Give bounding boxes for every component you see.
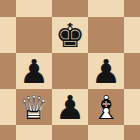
black-pawn-b[interactable]: ♟	[88, 53, 124, 89]
square[interactable]: ♚	[52, 17, 88, 53]
white-queen[interactable]: ♛♕	[16, 89, 52, 125]
black-pawn-c[interactable]: ♟	[52, 89, 88, 125]
black-pawn-c-glyph: ♟	[52, 89, 88, 125]
square[interactable]	[52, 0, 88, 17]
white-bishop[interactable]: ♝♗	[88, 89, 124, 125]
black-pawn-a-glyph: ♟	[16, 53, 52, 89]
chess-board: ♚♟♟♛♕♟♝♗	[0, 0, 140, 140]
black-pawn-a[interactable]: ♟	[16, 53, 52, 89]
square[interactable]	[124, 0, 140, 17]
square[interactable]	[52, 53, 88, 89]
black-king-glyph: ♚	[52, 17, 88, 53]
black-king[interactable]: ♚	[52, 17, 88, 53]
square[interactable]	[124, 89, 140, 125]
square[interactable]	[16, 0, 52, 17]
square[interactable]	[0, 89, 16, 125]
square[interactable]: ♟	[88, 53, 124, 89]
square[interactable]	[0, 125, 16, 140]
square[interactable]	[124, 17, 140, 53]
square[interactable]	[88, 125, 124, 140]
square[interactable]	[124, 125, 140, 140]
square[interactable]	[0, 53, 16, 89]
square[interactable]	[124, 53, 140, 89]
board-grid: ♚♟♟♛♕♟♝♗	[0, 0, 140, 140]
white-queen-outline: ♕	[16, 89, 52, 125]
square[interactable]	[0, 0, 16, 17]
square[interactable]	[88, 0, 124, 17]
square[interactable]	[16, 125, 52, 140]
square[interactable]: ♛♕	[16, 89, 52, 125]
square[interactable]	[52, 125, 88, 140]
square[interactable]: ♟	[16, 53, 52, 89]
square[interactable]: ♟	[52, 89, 88, 125]
square[interactable]	[0, 17, 16, 53]
white-bishop-outline: ♗	[88, 89, 124, 125]
square[interactable]	[16, 17, 52, 53]
square[interactable]	[88, 17, 124, 53]
black-pawn-b-glyph: ♟	[88, 53, 124, 89]
square[interactable]: ♝♗	[88, 89, 124, 125]
